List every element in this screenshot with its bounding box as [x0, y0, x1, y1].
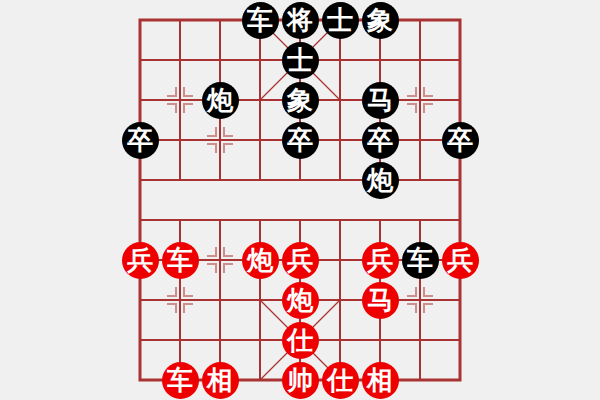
- piece-black-elephant[interactable]: 象: [282, 82, 319, 119]
- piece-black-chariot[interactable]: 车: [402, 242, 439, 279]
- xiangqi-app-screen: 车将士象士炮象马卒卒卒卒炮兵车炮兵兵车兵炮马仕车相帅仕相: [0, 0, 600, 400]
- piece-red-general[interactable]: 帅: [282, 362, 319, 399]
- piece-red-advisor[interactable]: 仕: [322, 362, 359, 399]
- piece-red-horse[interactable]: 马: [362, 282, 399, 319]
- piece-black-elephant[interactable]: 象: [362, 2, 399, 39]
- piece-red-cannon[interactable]: 炮: [282, 282, 319, 319]
- piece-red-chariot[interactable]: 车: [162, 362, 199, 399]
- piece-red-soldier[interactable]: 兵: [362, 242, 399, 279]
- piece-black-general[interactable]: 将: [282, 2, 319, 39]
- piece-black-soldier[interactable]: 卒: [282, 122, 319, 159]
- piece-red-elephant[interactable]: 相: [202, 362, 239, 399]
- piece-red-soldier[interactable]: 兵: [442, 242, 479, 279]
- xiangqi-board[interactable]: 车将士象士炮象马卒卒卒卒炮兵车炮兵兵车兵炮马仕车相帅仕相: [120, 0, 480, 400]
- piece-black-chariot[interactable]: 车: [242, 2, 279, 39]
- piece-black-soldier[interactable]: 卒: [442, 122, 479, 159]
- piece-black-soldier[interactable]: 卒: [362, 122, 399, 159]
- piece-black-cannon[interactable]: 炮: [362, 162, 399, 199]
- piece-red-elephant[interactable]: 相: [362, 362, 399, 399]
- piece-black-cannon[interactable]: 炮: [202, 82, 239, 119]
- piece-black-horse[interactable]: 马: [362, 82, 399, 119]
- piece-red-cannon[interactable]: 炮: [242, 242, 279, 279]
- piece-black-advisor[interactable]: 士: [322, 2, 359, 39]
- piece-black-advisor[interactable]: 士: [282, 42, 319, 79]
- piece-black-soldier[interactable]: 卒: [122, 122, 159, 159]
- piece-red-soldier[interactable]: 兵: [122, 242, 159, 279]
- piece-red-advisor[interactable]: 仕: [282, 322, 319, 359]
- piece-red-soldier[interactable]: 兵: [282, 242, 319, 279]
- piece-red-chariot[interactable]: 车: [162, 242, 199, 279]
